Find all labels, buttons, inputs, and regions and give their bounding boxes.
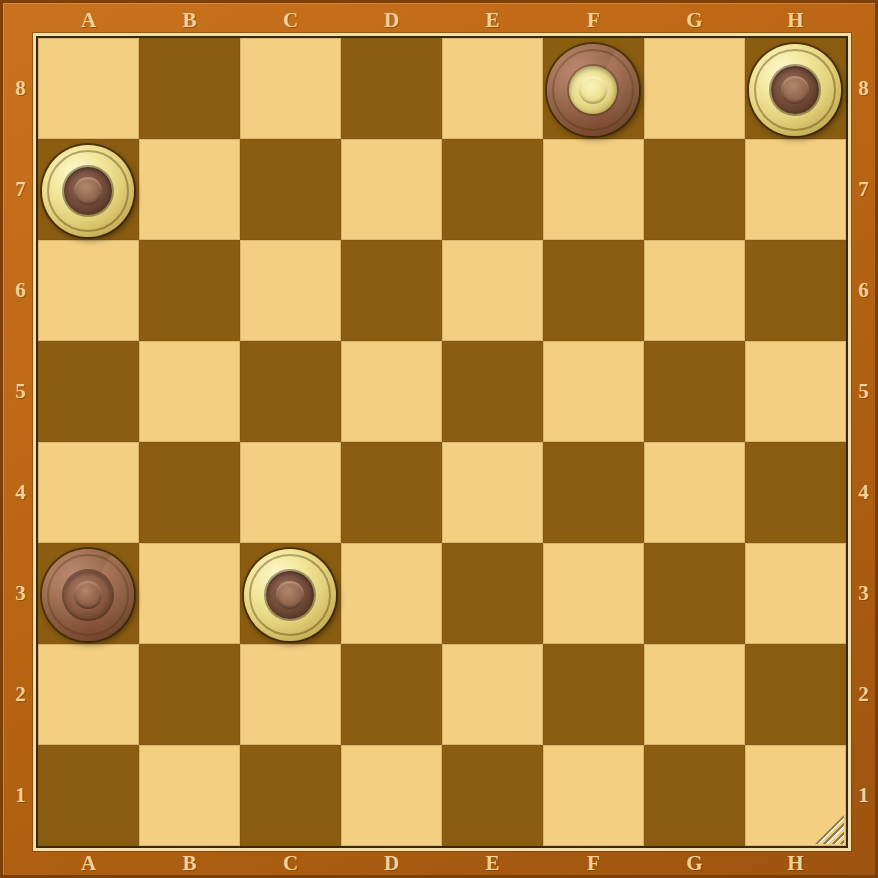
square-b3[interactable]	[139, 543, 240, 644]
file-label-bottom-f: F	[543, 851, 644, 876]
file-label-top-d: D	[341, 8, 442, 33]
piece-white-king-c3[interactable]	[244, 549, 336, 641]
square-d8[interactable]	[341, 38, 442, 139]
rank-label-right-8: 8	[846, 76, 878, 101]
rank-label-left-3: 3	[3, 581, 38, 606]
square-b6[interactable]	[139, 240, 240, 341]
square-c8[interactable]	[240, 38, 341, 139]
square-g6[interactable]	[644, 240, 745, 341]
board-frame: ABCDEFGH 87654321 87654321 ABCDEFGH	[0, 0, 878, 878]
rank-label-right-6: 6	[846, 278, 878, 303]
rank-label-left-7: 7	[3, 177, 38, 202]
file-labels-bottom: ABCDEFGH	[38, 846, 846, 878]
file-labels-top: ABCDEFGH	[38, 3, 846, 38]
square-a5[interactable]	[38, 341, 139, 442]
square-f6[interactable]	[543, 240, 644, 341]
square-c1[interactable]	[240, 745, 341, 846]
square-a1[interactable]	[38, 745, 139, 846]
rank-labels-right: 87654321	[846, 38, 878, 846]
square-d1[interactable]	[341, 745, 442, 846]
piece-center-knob	[781, 76, 810, 105]
file-label-top-a: A	[38, 8, 139, 33]
file-label-bottom-c: C	[240, 851, 341, 876]
piece-center-knob	[74, 581, 103, 610]
rank-label-left-6: 6	[3, 278, 38, 303]
square-h4[interactable]	[745, 442, 846, 543]
square-e5[interactable]	[442, 341, 543, 442]
square-c2[interactable]	[240, 644, 341, 745]
square-c4[interactable]	[240, 442, 341, 543]
square-h7[interactable]	[745, 139, 846, 240]
rank-label-right-4: 4	[846, 480, 878, 505]
square-b8[interactable]	[139, 38, 240, 139]
rank-label-left-2: 2	[3, 682, 38, 707]
square-b7[interactable]	[139, 139, 240, 240]
square-a2[interactable]	[38, 644, 139, 745]
piece-white-king-a7[interactable]	[42, 145, 134, 237]
rank-label-left-4: 4	[3, 480, 38, 505]
rank-label-right-5: 5	[846, 379, 878, 404]
piece-inlay	[771, 66, 819, 114]
square-g8[interactable]	[644, 38, 745, 139]
square-a6[interactable]	[38, 240, 139, 341]
square-e3[interactable]	[442, 543, 543, 644]
file-label-bottom-d: D	[341, 851, 442, 876]
square-g5[interactable]	[644, 341, 745, 442]
square-g7[interactable]	[644, 139, 745, 240]
square-d2[interactable]	[341, 644, 442, 745]
file-label-bottom-g: G	[644, 851, 745, 876]
file-label-bottom-e: E	[442, 851, 543, 876]
square-a4[interactable]	[38, 442, 139, 543]
square-f5[interactable]	[543, 341, 644, 442]
file-label-bottom-b: B	[139, 851, 240, 876]
rank-label-left-1: 1	[3, 783, 38, 808]
file-label-top-c: C	[240, 8, 341, 33]
rank-label-right-7: 7	[846, 177, 878, 202]
rank-label-right-2: 2	[846, 682, 878, 707]
square-d4[interactable]	[341, 442, 442, 543]
square-f2[interactable]	[543, 644, 644, 745]
rank-label-left-5: 5	[3, 379, 38, 404]
square-c5[interactable]	[240, 341, 341, 442]
square-h6[interactable]	[745, 240, 846, 341]
square-d6[interactable]	[341, 240, 442, 341]
square-g3[interactable]	[644, 543, 745, 644]
file-label-top-b: B	[139, 8, 240, 33]
square-b4[interactable]	[139, 442, 240, 543]
square-e1[interactable]	[442, 745, 543, 846]
square-d3[interactable]	[341, 543, 442, 644]
square-g1[interactable]	[644, 745, 745, 846]
square-h2[interactable]	[745, 644, 846, 745]
square-g2[interactable]	[644, 644, 745, 745]
piece-inlay	[266, 571, 314, 619]
square-b1[interactable]	[139, 745, 240, 846]
square-f7[interactable]	[543, 139, 644, 240]
piece-center-knob	[276, 581, 305, 610]
piece-black-king-f8[interactable]	[547, 44, 639, 136]
square-e6[interactable]	[442, 240, 543, 341]
file-label-top-h: H	[745, 8, 846, 33]
square-b5[interactable]	[139, 341, 240, 442]
piece-inlay	[64, 571, 112, 619]
square-e7[interactable]	[442, 139, 543, 240]
square-f1[interactable]	[543, 745, 644, 846]
square-f3[interactable]	[543, 543, 644, 644]
square-e8[interactable]	[442, 38, 543, 139]
rank-labels-left: 87654321	[3, 38, 38, 846]
file-label-top-e: E	[442, 8, 543, 33]
square-a8[interactable]	[38, 38, 139, 139]
square-f4[interactable]	[543, 442, 644, 543]
file-label-top-f: F	[543, 8, 644, 33]
square-d5[interactable]	[341, 341, 442, 442]
file-label-top-g: G	[644, 8, 745, 33]
piece-center-knob	[579, 76, 608, 105]
piece-inlay	[569, 66, 617, 114]
square-e4[interactable]	[442, 442, 543, 543]
square-h3[interactable]	[745, 543, 846, 644]
square-e2[interactable]	[442, 644, 543, 745]
piece-black-man-a3[interactable]	[42, 549, 134, 641]
file-label-bottom-h: H	[745, 851, 846, 876]
file-label-bottom-a: A	[38, 851, 139, 876]
square-c6[interactable]	[240, 240, 341, 341]
square-h5[interactable]	[745, 341, 846, 442]
square-b2[interactable]	[139, 644, 240, 745]
piece-center-knob	[74, 177, 103, 206]
rank-label-right-3: 3	[846, 581, 878, 606]
square-c7[interactable]	[240, 139, 341, 240]
rank-label-right-1: 1	[846, 783, 878, 808]
piece-white-king-h8[interactable]	[749, 44, 841, 136]
square-g4[interactable]	[644, 442, 745, 543]
piece-inlay	[64, 167, 112, 215]
rank-label-left-8: 8	[3, 76, 38, 101]
square-d7[interactable]	[341, 139, 442, 240]
checkers-board	[38, 38, 846, 846]
